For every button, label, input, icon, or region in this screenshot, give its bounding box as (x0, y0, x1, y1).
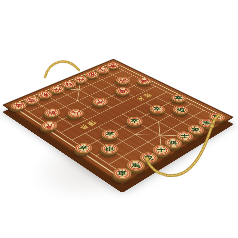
carry-rope-handle (0, 0, 238, 238)
product-photo-scene: 楚河 漢界 車馬相仕帥仕相馬車炮炮兵兵兵兵兵卒卒卒卒卒砲砲車馬象士將士象馬車 (0, 0, 238, 238)
rope-anchor-left (145, 157, 149, 161)
rope-anchor-right (210, 124, 214, 128)
